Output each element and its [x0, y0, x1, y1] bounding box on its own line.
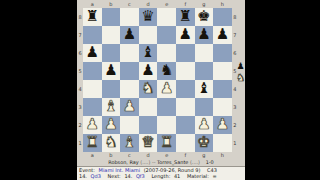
- rank-label-2: 2: [232, 116, 238, 134]
- rank-label-8: 8: [232, 8, 238, 26]
- square-h2: ♟: [213, 116, 232, 134]
- square-a1: ♜: [83, 134, 102, 152]
- white-rook: ♜: [86, 135, 99, 150]
- square-b8: [102, 8, 121, 26]
- black-pawn: ♟: [179, 27, 192, 42]
- file-label-g: g: [195, 152, 214, 158]
- game-info-box: Event: Miami Int. Miami (2007-09-26, Rou…: [77, 166, 245, 180]
- square-h4: [213, 80, 232, 98]
- rank-label-6: 6: [232, 44, 238, 62]
- square-g1: ♚: [195, 134, 214, 152]
- video-frame: { "game": "chess", "position": { "fen": …: [0, 0, 320, 180]
- white-queen: ♛: [141, 135, 154, 150]
- black-rook: ♜: [179, 9, 192, 24]
- white-pawn: ♟: [86, 117, 99, 132]
- black-pawn: ♟: [86, 45, 99, 60]
- square-e4: ♟: [157, 80, 176, 98]
- square-c8: [120, 8, 139, 26]
- square-g8: ♚: [195, 8, 214, 26]
- square-h8: [213, 8, 232, 26]
- square-a5: [83, 62, 102, 80]
- square-h7: ♟: [213, 26, 232, 44]
- black-pawn: ♟: [197, 27, 210, 42]
- square-h3: [213, 98, 232, 116]
- square-d8: ♛: [139, 8, 158, 26]
- square-d5: ♟: [139, 62, 158, 80]
- square-e2: [157, 116, 176, 134]
- black-pawn: ♟: [141, 63, 154, 78]
- captured-white-knight: ♞: [236, 73, 245, 83]
- rank-label-3: 3: [232, 98, 238, 116]
- file-label-b: b: [102, 0, 121, 8]
- square-g2: ♟: [195, 116, 214, 134]
- square-h5: [213, 62, 232, 80]
- material-value: =: [213, 173, 217, 179]
- square-g4: ♝: [195, 80, 214, 98]
- square-c2: [120, 116, 139, 134]
- black-pawn: ♟: [123, 27, 136, 42]
- square-f4: [176, 80, 195, 98]
- square-a2: ♟: [83, 116, 102, 134]
- square-d1: ♛: [139, 134, 158, 152]
- board-row: 87654321 ♜♛♜♚♟♟♟♟♟♝♟♟♞♞♟♝♝♟♟♟♟♟♜♞♝♛♜♚ 87…: [77, 8, 245, 152]
- game-result: 1-0: [206, 159, 214, 165]
- file-label-h: h: [213, 152, 232, 158]
- square-f1: [176, 134, 195, 152]
- square-a7: [83, 26, 102, 44]
- black-bishop: ♝: [141, 45, 154, 60]
- rank-label-1: 1: [232, 134, 238, 152]
- square-e3: [157, 98, 176, 116]
- black-bishop: ♝: [197, 81, 210, 96]
- square-b1: ♞: [102, 134, 121, 152]
- square-f3: [176, 98, 195, 116]
- white-knight: ♞: [104, 135, 117, 150]
- white-player-elo: (....): [140, 159, 150, 165]
- square-c7: ♟: [120, 26, 139, 44]
- white-knight: ♞: [141, 81, 154, 96]
- square-d2: [139, 116, 158, 134]
- square-a8: ♜: [83, 8, 102, 26]
- next-move: Qf3: [136, 173, 145, 179]
- square-e7: [157, 26, 176, 44]
- square-b7: [102, 26, 121, 44]
- square-c5: [120, 62, 139, 80]
- square-d3: [139, 98, 158, 116]
- file-label-e: e: [157, 0, 176, 8]
- square-b5: ♟: [102, 62, 121, 80]
- square-f6: [176, 44, 195, 62]
- white-player-name: Robson, Ray: [108, 159, 138, 165]
- square-e1: ♜: [157, 134, 176, 152]
- square-a4: [83, 80, 102, 98]
- length-label: Length:: [151, 173, 170, 179]
- file-label-d: d: [139, 152, 158, 158]
- letterbox-left: [0, 0, 77, 180]
- black-queen: ♛: [141, 9, 154, 24]
- file-labels-top: abcdefgh: [77, 0, 245, 8]
- file-label-h: h: [213, 0, 232, 8]
- square-g6: [195, 44, 214, 62]
- square-b2: ♟: [102, 116, 121, 134]
- next-label: Next:: [107, 173, 120, 179]
- square-b4: [102, 80, 121, 98]
- length-value: 41: [174, 173, 180, 179]
- square-f2: [176, 116, 195, 134]
- black-player-name: Torres_Sante: [157, 159, 188, 165]
- white-rook: ♜: [160, 135, 173, 150]
- white-pawn: ♟: [160, 81, 173, 96]
- square-d7: [139, 26, 158, 44]
- move-row: 14. Qd3 Next: 14. Qf3 Length: 41 Materia…: [79, 174, 243, 180]
- black-knight: ♞: [160, 63, 173, 78]
- square-h1: [213, 134, 232, 152]
- material-label: Material:: [187, 173, 209, 179]
- chess-board: ♜♛♜♚♟♟♟♟♟♝♟♟♞♞♟♝♝♟♟♟♟♟♜♞♝♛♜♚: [83, 8, 232, 152]
- square-f7: ♟: [176, 26, 195, 44]
- game-viewer: abcdefgh 87654321 ♜♛♜♚♟♟♟♟♟♝♟♟♞♞♟♝♝♟♟♟♟♟…: [77, 0, 245, 180]
- captured-black-pawn: ♟: [236, 62, 244, 71]
- white-bishop: ♝: [104, 99, 117, 114]
- square-g3: [195, 98, 214, 116]
- square-c3: ♟: [120, 98, 139, 116]
- square-d4: ♞: [139, 80, 158, 98]
- white-pawn: ♟: [216, 117, 229, 132]
- square-f5: [176, 62, 195, 80]
- square-d6: ♝: [139, 44, 158, 62]
- black-player-elo: (....): [190, 159, 200, 165]
- square-e5: ♞: [157, 62, 176, 80]
- black-king: ♚: [197, 9, 210, 24]
- square-g7: ♟: [195, 26, 214, 44]
- square-e8: [157, 8, 176, 26]
- rank-label-7: 7: [232, 26, 238, 44]
- letterbox-right: [245, 0, 320, 180]
- white-pawn: ♟: [123, 99, 136, 114]
- square-h6: [213, 44, 232, 62]
- white-bishop: ♝: [123, 135, 136, 150]
- square-a6: ♟: [83, 44, 102, 62]
- white-king: ♚: [197, 135, 210, 150]
- file-label-b: b: [102, 152, 121, 158]
- file-label-c: c: [120, 152, 139, 158]
- square-b6: [102, 44, 121, 62]
- current-move-number: 14.: [79, 173, 87, 179]
- square-b3: ♝: [102, 98, 121, 116]
- players-separator: --: [152, 159, 156, 165]
- white-pawn: ♟: [197, 117, 210, 132]
- square-a3: [83, 98, 102, 116]
- captured-pieces-tray: ♟♞: [237, 62, 244, 83]
- file-labels-bottom: abcdefgh: [77, 152, 245, 158]
- square-f8: ♜: [176, 8, 195, 26]
- black-pawn: ♟: [104, 63, 117, 78]
- black-rook: ♜: [86, 9, 99, 24]
- file-label-a: a: [83, 152, 102, 158]
- black-pawn: ♟: [216, 27, 229, 42]
- square-e6: [157, 44, 176, 62]
- file-label-f: f: [176, 152, 195, 158]
- next-move-number: 14.: [124, 173, 132, 179]
- square-g5: [195, 62, 214, 80]
- square-c4: [120, 80, 139, 98]
- current-move: Qd3: [91, 173, 101, 179]
- white-pawn: ♟: [104, 117, 117, 132]
- file-label-c: c: [120, 0, 139, 8]
- file-label-e: e: [157, 152, 176, 158]
- game-header: Robson, Ray (....) -- Torres_Sante (....…: [92, 159, 230, 165]
- square-c6: [120, 44, 139, 62]
- square-c1: ♝: [120, 134, 139, 152]
